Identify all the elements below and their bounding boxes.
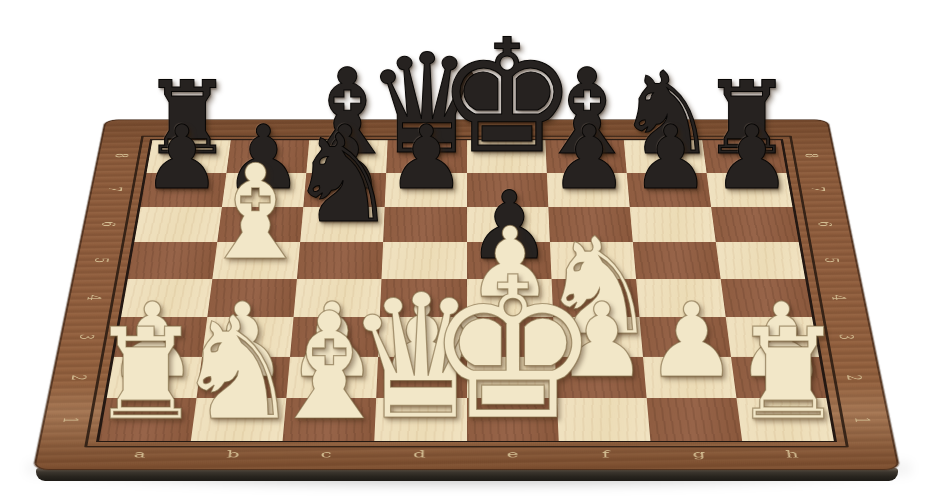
piece-black-pawn-g7[interactable]: ♟ [631, 114, 710, 202]
piece-black-pawn-d7[interactable]: ♟ [387, 114, 466, 202]
piece-white-rook-h1[interactable]: ♜ [732, 312, 845, 438]
piece-black-pawn-f7[interactable]: ♟ [550, 114, 629, 202]
piece-white-pawn-g2[interactable]: ♟ [646, 289, 738, 392]
pieces-layer: ♜♝♛♚♝♞♜♟♟♟♟♟♟♟♞♟♝♟♞♟♟♟♟♟♟♟♜♞♝♛♚♜ [0, 0, 934, 500]
piece-white-bishop-b5[interactable]: ♝ [197, 147, 315, 278]
piece-black-pawn-h7[interactable]: ♟ [713, 114, 792, 202]
chess-board-photo: abcdefgh1122334455667788 ♜♝♛♚♝♞♜♟♟♟♟♟♟♟♞… [0, 0, 934, 500]
piece-white-king-e1[interactable]: ♚ [425, 250, 601, 446]
